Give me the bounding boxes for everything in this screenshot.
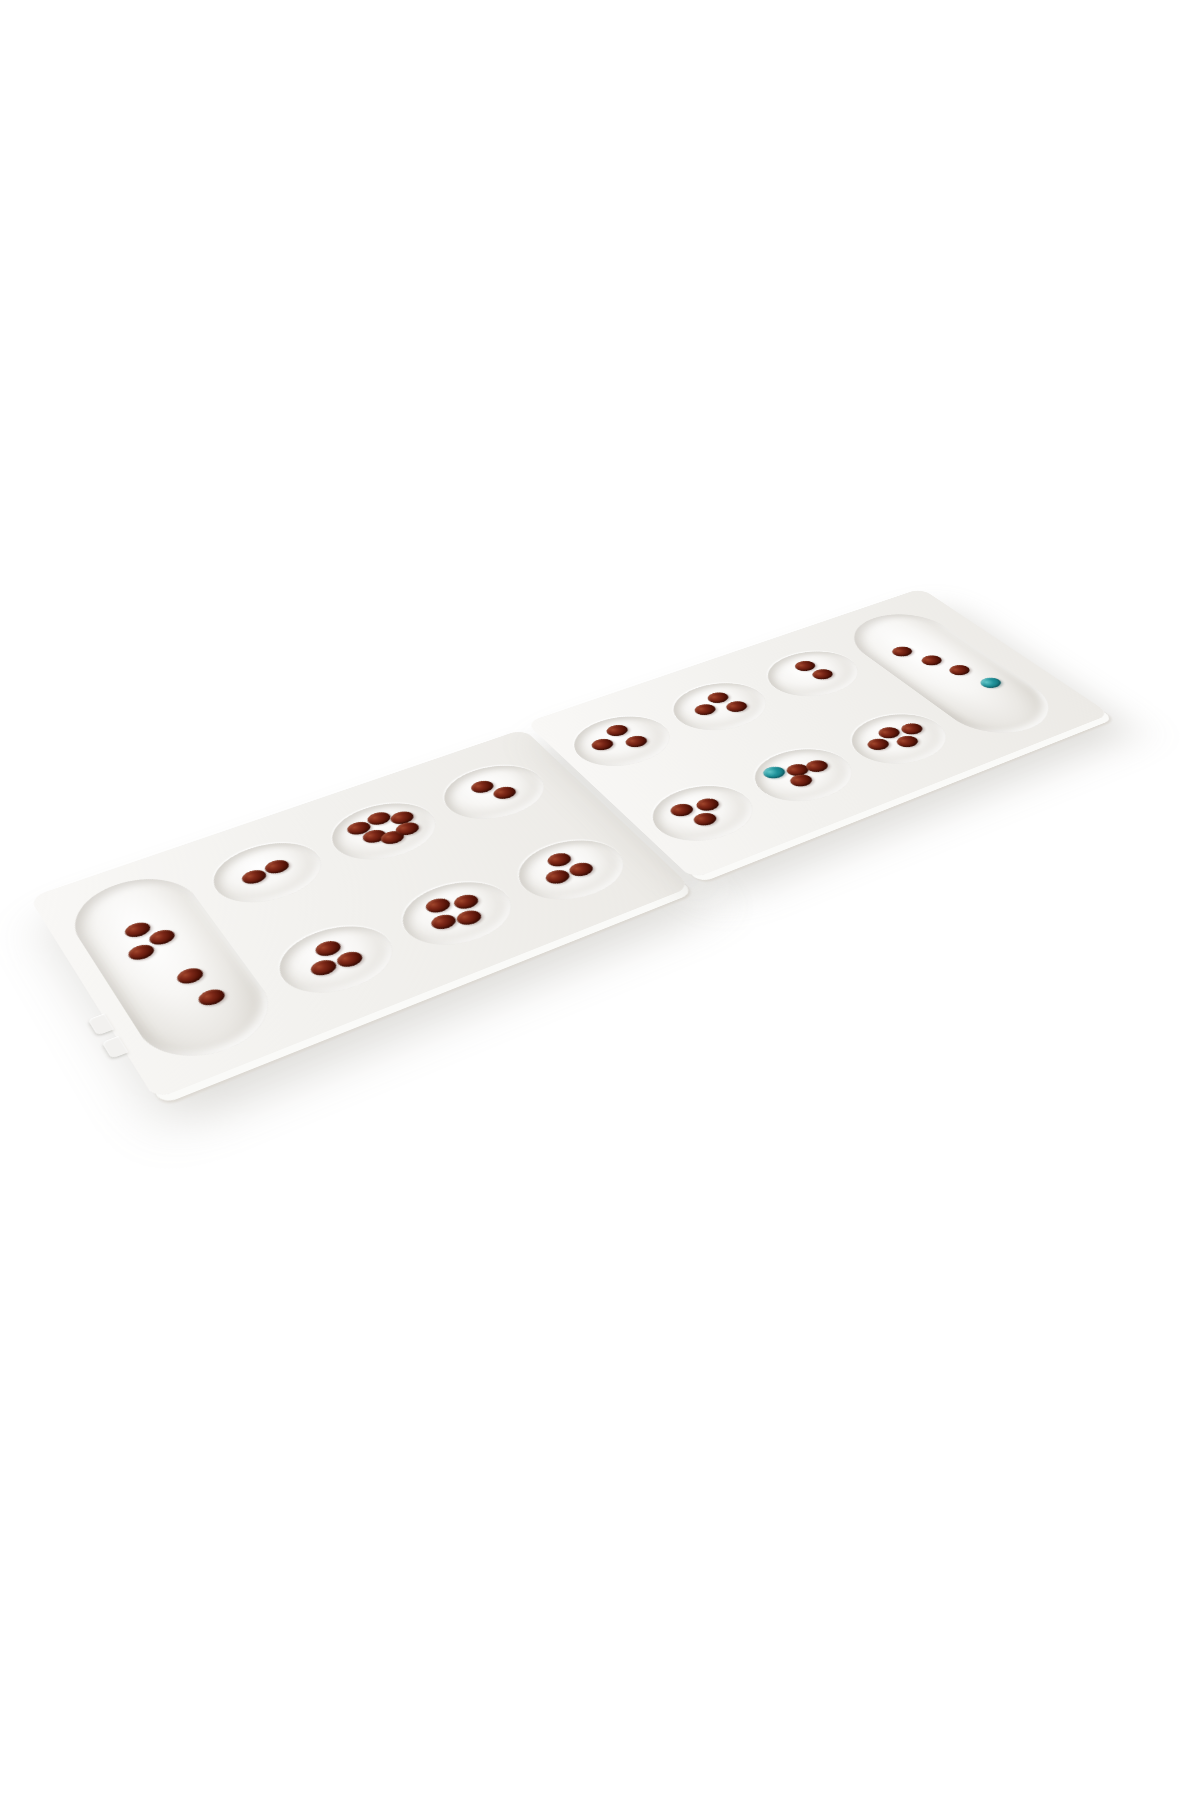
seed-bead bbox=[897, 721, 926, 736]
pit-far-2[interactable] bbox=[317, 793, 452, 871]
pit-far-6[interactable] bbox=[752, 643, 875, 705]
seed-bead bbox=[146, 927, 178, 947]
product-photo-background bbox=[0, 0, 1200, 1800]
pit-far-3[interactable] bbox=[429, 756, 561, 830]
pit-near-4[interactable] bbox=[635, 776, 770, 852]
seed-bead bbox=[622, 733, 651, 749]
seed-bead bbox=[490, 784, 520, 801]
seed-bead bbox=[334, 949, 367, 970]
teal-seed-bead bbox=[976, 675, 1004, 689]
seed-bead bbox=[450, 892, 482, 912]
clasp-tab-icon bbox=[102, 1036, 129, 1059]
seed-bead bbox=[603, 723, 632, 738]
pit-near-6[interactable] bbox=[834, 705, 964, 774]
seed-bead bbox=[889, 645, 916, 659]
seed-bead bbox=[428, 912, 460, 932]
seed-bead bbox=[308, 957, 341, 978]
teal-seed-bead bbox=[759, 764, 789, 780]
pit-near-2[interactable] bbox=[386, 870, 529, 957]
seed-bead bbox=[918, 654, 946, 668]
clasp-tab-icon bbox=[88, 1013, 114, 1035]
pit-far-1[interactable] bbox=[199, 832, 337, 915]
mancala-board bbox=[29, 591, 1120, 1102]
seed-bead bbox=[453, 908, 485, 928]
seed-bead bbox=[667, 801, 697, 818]
pit-near-5[interactable] bbox=[737, 739, 870, 811]
pit-near-3[interactable] bbox=[502, 829, 642, 911]
seed-bead bbox=[125, 942, 157, 963]
seed-bead bbox=[588, 737, 617, 753]
seed-bead bbox=[422, 896, 454, 916]
seed-bead bbox=[809, 667, 837, 681]
seed-bead bbox=[693, 796, 723, 813]
seed-bead bbox=[946, 663, 974, 677]
pit-far-4[interactable] bbox=[558, 707, 686, 776]
seed-bead bbox=[195, 986, 228, 1008]
pit-near-1[interactable] bbox=[264, 914, 410, 1006]
seed-bead bbox=[722, 699, 750, 714]
pit-far-5[interactable] bbox=[657, 674, 783, 740]
seed-bead bbox=[691, 702, 719, 717]
seed-bead bbox=[174, 965, 207, 986]
seed-bead bbox=[690, 811, 721, 829]
